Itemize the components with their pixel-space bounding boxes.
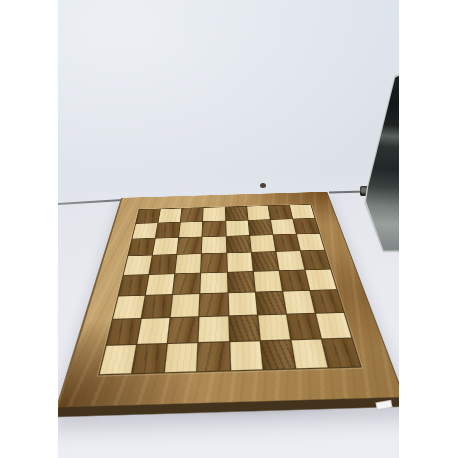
board-square[interactable] <box>258 314 290 340</box>
board-square[interactable] <box>198 342 229 371</box>
board-square[interactable] <box>248 220 272 235</box>
board-square[interactable] <box>136 209 160 223</box>
board-square[interactable] <box>159 208 182 222</box>
board-square[interactable] <box>247 206 270 220</box>
board-square[interactable] <box>142 295 172 318</box>
board-square[interactable] <box>201 254 226 273</box>
board-square[interactable] <box>181 208 203 222</box>
board-square[interactable] <box>276 251 304 270</box>
board-square[interactable] <box>301 251 330 270</box>
board-grid <box>98 204 362 375</box>
board-square[interactable] <box>124 256 152 275</box>
board-square[interactable] <box>132 344 167 373</box>
board-square[interactable] <box>225 207 247 221</box>
board-square[interactable] <box>273 235 299 252</box>
board-square[interactable] <box>128 239 155 256</box>
chess-board <box>58 192 399 417</box>
board-square[interactable] <box>201 272 227 293</box>
board-square[interactable] <box>178 237 202 254</box>
board-square[interactable] <box>251 252 278 271</box>
board-square[interactable] <box>119 275 149 296</box>
board-square[interactable] <box>305 269 336 290</box>
board-square[interactable] <box>168 317 198 343</box>
board-square[interactable] <box>228 292 257 315</box>
backdrop-seam-line-left <box>58 199 127 205</box>
board-square[interactable] <box>310 290 343 313</box>
board-square[interactable] <box>173 273 200 294</box>
product-photo <box>58 0 399 458</box>
board-square[interactable] <box>293 219 319 234</box>
board-square[interactable] <box>253 271 281 292</box>
board-square[interactable] <box>227 253 252 272</box>
board-square[interactable] <box>199 316 229 342</box>
board-square[interactable] <box>107 319 141 345</box>
board-square[interactable] <box>230 341 262 370</box>
board-square[interactable] <box>322 338 360 367</box>
reflective-object <box>364 74 399 256</box>
board-square[interactable] <box>176 254 202 273</box>
board-square[interactable] <box>227 271 254 292</box>
screenshot-stage <box>0 0 458 458</box>
board-square[interactable] <box>146 274 174 295</box>
board-square[interactable] <box>283 291 315 314</box>
board-square[interactable] <box>268 205 292 219</box>
board-square[interactable] <box>226 221 249 236</box>
board-square[interactable] <box>156 223 180 239</box>
board-square[interactable] <box>138 318 170 344</box>
board-square[interactable] <box>290 205 315 219</box>
board-square[interactable] <box>100 345 136 374</box>
board-square[interactable] <box>203 207 225 221</box>
board-square[interactable] <box>229 315 259 341</box>
board-square[interactable] <box>202 237 226 254</box>
board-square[interactable] <box>260 340 294 369</box>
board-square[interactable] <box>203 221 226 236</box>
board-square[interactable] <box>297 234 325 251</box>
board-square[interactable] <box>279 270 309 291</box>
board-square[interactable] <box>271 219 296 234</box>
board-square[interactable] <box>165 343 198 372</box>
board-square[interactable] <box>316 313 351 339</box>
board-square[interactable] <box>113 295 145 318</box>
board-square[interactable] <box>132 223 157 239</box>
board-square[interactable] <box>287 314 321 340</box>
frame-edge-mark <box>260 183 266 188</box>
board-square[interactable] <box>171 294 200 317</box>
board-square[interactable] <box>179 222 202 237</box>
board-square[interactable] <box>255 291 285 314</box>
board-square[interactable] <box>226 236 250 253</box>
board-square[interactable] <box>200 293 228 316</box>
board-square[interactable] <box>150 255 177 274</box>
board-square[interactable] <box>291 339 327 368</box>
board-square[interactable] <box>153 238 178 255</box>
board-square[interactable] <box>250 235 275 252</box>
